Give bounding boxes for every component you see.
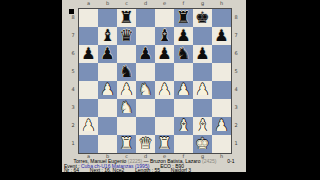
square-d4: ♞ <box>136 81 155 99</box>
square-e8 <box>155 9 174 27</box>
square-d2 <box>136 117 155 135</box>
square-a3 <box>79 99 98 117</box>
black-rook-f8: ♜ <box>176 9 190 27</box>
square-b1 <box>98 135 117 153</box>
square-f2: ♝ <box>174 117 193 135</box>
white-queen-d1: ♛ <box>138 135 152 153</box>
square-e7: ♝ <box>155 27 174 45</box>
chess-board: ♜♜♚♝♛♝♟♟♟♟♟♟♞♟♞♟♟♞♟♟♟♞♟♝♝♟♜♛♜♚ <box>78 8 232 154</box>
file-label-c: c <box>117 1 136 6</box>
nr-label: Nr : <box>64 167 72 173</box>
square-c1: ♜ <box>117 135 136 153</box>
square-h4 <box>212 81 231 99</box>
black-pawn-g6: ♟ <box>195 45 209 63</box>
next-label: Next : <box>90 167 103 173</box>
square-d6: ♟ <box>136 45 155 63</box>
file-label-e: e <box>155 1 174 6</box>
square-f4: ♟ <box>174 81 193 99</box>
square-e2 <box>155 117 174 135</box>
black-pawn-h7: ♟ <box>214 27 228 45</box>
rank-label-5: 5 <box>233 62 239 80</box>
white-rook-c1: ♜ <box>119 135 133 153</box>
square-c8: ♜ <box>117 9 136 27</box>
square-h1 <box>212 135 231 153</box>
square-g8: ♚ <box>193 9 212 27</box>
white-knight-d4: ♞ <box>138 81 152 99</box>
square-g7 <box>193 27 212 45</box>
square-c3: ♞ <box>117 99 136 117</box>
square-f3 <box>174 99 193 117</box>
black-pawn-d6: ♟ <box>138 45 152 63</box>
rank-label-6: 6 <box>233 44 239 62</box>
white-pawn-f4: ♟ <box>176 81 190 99</box>
square-a8 <box>79 9 98 27</box>
file-label-g: g <box>193 1 212 6</box>
square-a4 <box>79 81 98 99</box>
square-g4: ♟ <box>193 81 212 99</box>
white-bishop-g2: ♝ <box>195 117 209 135</box>
square-f7: ♟ <box>174 27 193 45</box>
square-h6 <box>212 45 231 63</box>
next-move: 16. Nce2 <box>104 167 124 173</box>
rank-label-6: 6 <box>70 44 76 62</box>
rank-labels-right: 87654321 <box>233 8 239 152</box>
black-player-elo: (2425) <box>202 158 216 164</box>
white-knight-c3: ♞ <box>119 99 133 117</box>
white-pawn-h2: ♟ <box>214 117 228 135</box>
file-label-h: h <box>212 1 231 6</box>
square-c4: ♟ <box>117 81 136 99</box>
info-line: Nr : 64 Next : 16. Nce2 Length : 55 Najd… <box>64 168 191 173</box>
black-bishop-e7: ♝ <box>157 27 171 45</box>
white-rook-e1: ♜ <box>157 135 171 153</box>
square-d1: ♛ <box>136 135 155 153</box>
black-pawn-f7: ♟ <box>176 27 190 45</box>
square-c7: ♛ <box>117 27 136 45</box>
black-pawn-e6: ♟ <box>157 45 171 63</box>
square-e6: ♟ <box>155 45 174 63</box>
white-pawn-b4: ♟ <box>100 81 114 99</box>
square-b3 <box>98 99 117 117</box>
game-result: 0-1 <box>227 158 234 164</box>
square-h7: ♟ <box>212 27 231 45</box>
square-g1: ♚ <box>193 135 212 153</box>
rank-label-1: 1 <box>70 134 76 152</box>
file-label-f: f <box>174 1 193 6</box>
rank-label-8: 8 <box>233 8 239 26</box>
square-b7: ♝ <box>98 27 117 45</box>
nr-value: 64 <box>73 167 79 173</box>
square-f8: ♜ <box>174 9 193 27</box>
black-rook-c8: ♜ <box>119 9 133 27</box>
rank-label-5: 5 <box>70 62 76 80</box>
white-bishop-f2: ♝ <box>176 117 190 135</box>
rank-label-2: 2 <box>233 116 239 134</box>
black-pawn-b6: ♟ <box>100 45 114 63</box>
white-pawn-c4: ♟ <box>119 81 133 99</box>
file-labels-top: abcdefgh <box>79 1 231 6</box>
square-a6: ♟ <box>79 45 98 63</box>
square-g6: ♟ <box>193 45 212 63</box>
square-e3 <box>155 99 174 117</box>
square-g3 <box>193 99 212 117</box>
square-h3 <box>212 99 231 117</box>
file-label-a: a <box>79 1 98 6</box>
square-b2 <box>98 117 117 135</box>
black-knight-f6: ♞ <box>176 45 190 63</box>
rank-label-4: 4 <box>233 80 239 98</box>
black-pawn-a6: ♟ <box>81 45 95 63</box>
rank-labels-left: 87654321 <box>70 8 76 152</box>
square-h5 <box>212 63 231 81</box>
square-c6 <box>117 45 136 63</box>
file-label-b: b <box>98 1 117 6</box>
square-d8 <box>136 9 155 27</box>
video-frame: abcdefgh 87654321 87654321 abcdefgh ♜♜♚♝… <box>0 0 320 180</box>
square-h2: ♟ <box>212 117 231 135</box>
square-e1: ♜ <box>155 135 174 153</box>
square-b8 <box>98 9 117 27</box>
square-b4: ♟ <box>98 81 117 99</box>
rank-label-8: 8 <box>70 8 76 26</box>
length-value: 55 <box>155 167 161 173</box>
square-b5 <box>98 63 117 81</box>
square-f5 <box>174 63 193 81</box>
rank-label-7: 7 <box>70 26 76 44</box>
white-pawn-g4: ♟ <box>195 81 209 99</box>
rank-label-2: 2 <box>70 116 76 134</box>
square-d3 <box>136 99 155 117</box>
square-e5 <box>155 63 174 81</box>
square-a5 <box>79 63 98 81</box>
square-f6: ♞ <box>174 45 193 63</box>
square-d7 <box>136 27 155 45</box>
rank-label-1: 1 <box>233 134 239 152</box>
square-b6: ♟ <box>98 45 117 63</box>
square-c5: ♞ <box>117 63 136 81</box>
rank-label-7: 7 <box>233 26 239 44</box>
white-pawn-e4: ♟ <box>157 81 171 99</box>
square-h8 <box>212 9 231 27</box>
square-e4: ♟ <box>155 81 174 99</box>
square-d5 <box>136 63 155 81</box>
square-f1 <box>174 135 193 153</box>
square-c2 <box>117 117 136 135</box>
opening-name: Najdorf 3 <box>171 167 191 173</box>
file-label-d: d <box>136 1 155 6</box>
rank-label-4: 4 <box>70 80 76 98</box>
white-king-g1: ♚ <box>195 135 209 153</box>
white-pawn-a2: ♟ <box>81 117 95 135</box>
square-a7 <box>79 27 98 45</box>
rank-label-3: 3 <box>233 98 239 116</box>
black-bishop-b7: ♝ <box>100 27 114 45</box>
black-knight-c5: ♞ <box>119 63 133 81</box>
square-a2: ♟ <box>79 117 98 135</box>
square-g5 <box>193 63 212 81</box>
rank-label-3: 3 <box>70 98 76 116</box>
square-a1 <box>79 135 98 153</box>
black-king-g8: ♚ <box>195 9 209 27</box>
square-g2: ♝ <box>193 117 212 135</box>
length-label: Length : <box>135 167 153 173</box>
black-queen-c7: ♛ <box>119 27 133 45</box>
